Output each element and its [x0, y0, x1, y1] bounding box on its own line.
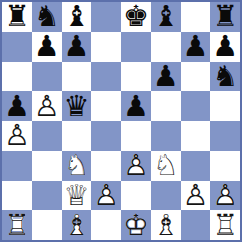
black-pawn[interactable]: ♟: [62, 32, 92, 62]
square-h7[interactable]: ♟: [210, 32, 240, 62]
square-e8[interactable]: ♚: [121, 2, 151, 32]
square-a5[interactable]: ♟: [2, 91, 32, 121]
square-e1[interactable]: ♚♔: [121, 210, 151, 240]
square-b7[interactable]: ♟: [32, 32, 62, 62]
black-pawn[interactable]: ♟: [121, 91, 151, 121]
white-pawn[interactable]: ♟♙: [181, 181, 211, 211]
square-a4[interactable]: ♟♙: [2, 121, 32, 151]
square-a7[interactable]: [2, 32, 32, 62]
square-f8[interactable]: ♝: [151, 2, 181, 32]
black-bishop-icon: ♝: [151, 2, 181, 32]
black-king-icon: ♚: [121, 2, 151, 32]
black-bishop[interactable]: ♝: [151, 2, 181, 32]
square-f3[interactable]: ♞♘: [151, 151, 181, 181]
white-bishop-outline-icon: ♗: [151, 210, 181, 240]
white-rook-outline-icon: ♖: [210, 210, 240, 240]
black-pawn[interactable]: ♟: [32, 32, 62, 62]
square-h8[interactable]: ♜: [210, 2, 240, 32]
white-queen[interactable]: ♛♕: [62, 181, 92, 211]
square-f1[interactable]: ♝♗: [151, 210, 181, 240]
white-pawn-outline-icon: ♙: [121, 151, 151, 181]
square-e5[interactable]: ♟: [121, 91, 151, 121]
white-knight[interactable]: ♞♘: [151, 151, 181, 181]
square-d2[interactable]: ♟♙: [91, 181, 121, 211]
white-bishop[interactable]: ♝♗: [62, 210, 92, 240]
square-c8[interactable]: ♝: [62, 2, 92, 32]
white-pawn[interactable]: ♟♙: [210, 181, 240, 211]
square-c7[interactable]: ♟: [62, 32, 92, 62]
white-rook-outline-icon: ♖: [2, 210, 32, 240]
square-g5[interactable]: [181, 91, 211, 121]
white-pawn-outline-icon: ♙: [2, 121, 32, 151]
square-c2[interactable]: ♛♕: [62, 181, 92, 211]
white-pawn-outline-icon: ♙: [181, 181, 211, 211]
square-b8[interactable]: ♞: [32, 2, 62, 32]
white-knight[interactable]: ♞♘: [62, 151, 92, 181]
square-h4[interactable]: [210, 121, 240, 151]
square-c4[interactable]: [62, 121, 92, 151]
square-d1[interactable]: [91, 210, 121, 240]
white-bishop[interactable]: ♝♗: [151, 210, 181, 240]
square-c3[interactable]: ♞♘: [62, 151, 92, 181]
white-pawn-outline-icon: ♙: [210, 181, 240, 211]
square-g1[interactable]: [181, 210, 211, 240]
square-a8[interactable]: ♜: [2, 2, 32, 32]
square-g6[interactable]: [181, 62, 211, 92]
square-h1[interactable]: ♜♖: [210, 210, 240, 240]
black-pawn-icon: ♟: [32, 32, 62, 62]
black-pawn[interactable]: ♟: [151, 62, 181, 92]
white-pawn[interactable]: ♟♙: [91, 181, 121, 211]
black-pawn-icon: ♟: [151, 62, 181, 92]
black-king[interactable]: ♚: [121, 2, 151, 32]
white-pawn[interactable]: ♟♙: [121, 151, 151, 181]
black-pawn-icon: ♟: [2, 91, 32, 121]
square-g4[interactable]: [181, 121, 211, 151]
black-pawn[interactable]: ♟: [2, 91, 32, 121]
square-e2[interactable]: [121, 181, 151, 211]
square-h3[interactable]: [210, 151, 240, 181]
white-king-outline-icon: ♔: [121, 210, 151, 240]
square-a2[interactable]: [2, 181, 32, 211]
chess-board: ♜♞♝♚♝♜♟♟♟♟♟♞♟♟♙♛♟♟♙♞♘♟♙♞♘♛♕♟♙♟♙♟♙♜♖♝♗♚♔♝…: [0, 0, 242, 242]
white-king[interactable]: ♚♔: [121, 210, 151, 240]
black-queen[interactable]: ♛: [62, 91, 92, 121]
square-d5[interactable]: [91, 91, 121, 121]
black-pawn-icon: ♟: [121, 91, 151, 121]
white-pawn[interactable]: ♟♙: [32, 91, 62, 121]
black-rook[interactable]: ♜: [210, 2, 240, 32]
square-b6[interactable]: [32, 62, 62, 92]
square-b2[interactable]: [32, 181, 62, 211]
square-f7[interactable]: [151, 32, 181, 62]
square-e4[interactable]: [121, 121, 151, 151]
square-c6[interactable]: [62, 62, 92, 92]
white-queen-outline-icon: ♕: [62, 181, 92, 211]
square-a1[interactable]: ♜♖: [2, 210, 32, 240]
black-bishop[interactable]: ♝: [62, 2, 92, 32]
white-pawn-outline-icon: ♙: [91, 181, 121, 211]
square-d7[interactable]: [91, 32, 121, 62]
square-e7[interactable]: [121, 32, 151, 62]
square-g2[interactable]: ♟♙: [181, 181, 211, 211]
square-e3[interactable]: ♟♙: [121, 151, 151, 181]
square-g7[interactable]: ♟: [181, 32, 211, 62]
square-c5[interactable]: ♛: [62, 91, 92, 121]
square-a3[interactable]: [2, 151, 32, 181]
white-pawn[interactable]: ♟♙: [2, 121, 32, 151]
white-bishop-outline-icon: ♗: [62, 210, 92, 240]
white-rook[interactable]: ♜♖: [2, 210, 32, 240]
square-g8[interactable]: [181, 2, 211, 32]
black-queen-icon: ♛: [62, 91, 92, 121]
black-rook-icon: ♜: [2, 2, 32, 32]
black-knight-icon: ♞: [210, 62, 240, 92]
black-knight-icon: ♞: [32, 2, 62, 32]
black-knight[interactable]: ♞: [32, 2, 62, 32]
black-bishop-icon: ♝: [62, 2, 92, 32]
square-b1[interactable]: [32, 210, 62, 240]
black-rook-icon: ♜: [210, 2, 240, 32]
square-f2[interactable]: [151, 181, 181, 211]
square-a6[interactable]: [2, 62, 32, 92]
square-h5[interactable]: [210, 91, 240, 121]
white-rook[interactable]: ♜♖: [210, 210, 240, 240]
square-d8[interactable]: [91, 2, 121, 32]
square-b5[interactable]: ♟♙: [32, 91, 62, 121]
white-knight-outline-icon: ♘: [151, 151, 181, 181]
square-f4[interactable]: [151, 121, 181, 151]
black-pawn-icon: ♟: [181, 32, 211, 62]
black-pawn[interactable]: ♟: [181, 32, 211, 62]
black-pawn-icon: ♟: [62, 32, 92, 62]
black-pawn[interactable]: ♟: [210, 32, 240, 62]
square-h6[interactable]: ♞: [210, 62, 240, 92]
white-pawn-outline-icon: ♙: [32, 91, 62, 121]
black-knight[interactable]: ♞: [210, 62, 240, 92]
square-e6[interactable]: [121, 62, 151, 92]
square-b4[interactable]: [32, 121, 62, 151]
square-d3[interactable]: [91, 151, 121, 181]
square-h2[interactable]: ♟♙: [210, 181, 240, 211]
square-g3[interactable]: [181, 151, 211, 181]
square-b3[interactable]: [32, 151, 62, 181]
square-f5[interactable]: [151, 91, 181, 121]
square-f6[interactable]: ♟: [151, 62, 181, 92]
black-pawn-icon: ♟: [210, 32, 240, 62]
white-knight-outline-icon: ♘: [62, 151, 92, 181]
square-d4[interactable]: [91, 121, 121, 151]
square-d6[interactable]: [91, 62, 121, 92]
black-rook[interactable]: ♜: [2, 2, 32, 32]
square-c1[interactable]: ♝♗: [62, 210, 92, 240]
